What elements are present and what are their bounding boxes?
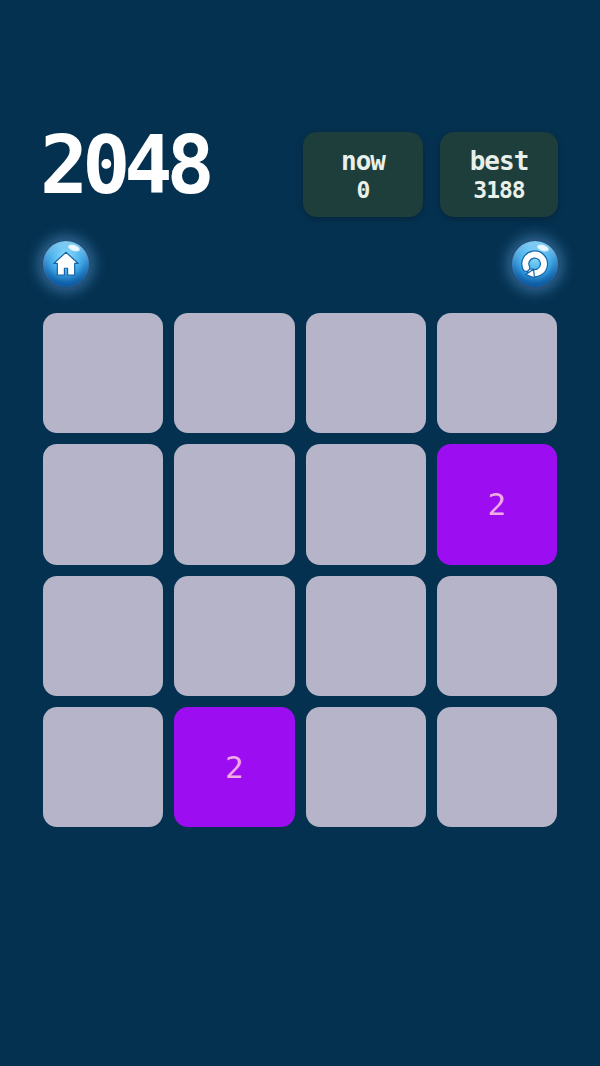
tile-2: 2: [437, 444, 557, 564]
undo-button[interactable]: [508, 237, 562, 291]
empty-cell: [437, 313, 557, 433]
empty-cell: [437, 707, 557, 827]
score-box-best: best 3188: [440, 132, 558, 217]
score-best-value: 3188: [473, 177, 524, 203]
undo-icon: [519, 248, 551, 280]
score-best-label: best: [470, 146, 529, 176]
tile-2: 2: [174, 707, 294, 827]
empty-cell: [306, 444, 426, 564]
empty-cell: [306, 576, 426, 696]
empty-cell: [437, 576, 557, 696]
board[interactable]: 22: [43, 313, 557, 827]
score-box-now: now 0: [303, 132, 423, 217]
empty-cell: [43, 707, 163, 827]
empty-cell: [174, 444, 294, 564]
app-screen: 2048 now 0 best 3188 22: [0, 0, 600, 1066]
score-now-value: 0: [357, 177, 370, 203]
empty-cell: [43, 444, 163, 564]
empty-cell: [306, 313, 426, 433]
home-button[interactable]: [39, 237, 93, 291]
empty-cell: [43, 313, 163, 433]
score-now-label: now: [341, 146, 385, 176]
empty-cell: [174, 576, 294, 696]
empty-cell: [43, 576, 163, 696]
empty-cell: [174, 313, 294, 433]
game-title: 2048: [40, 126, 209, 206]
empty-cell: [306, 707, 426, 827]
home-icon: [50, 248, 82, 280]
